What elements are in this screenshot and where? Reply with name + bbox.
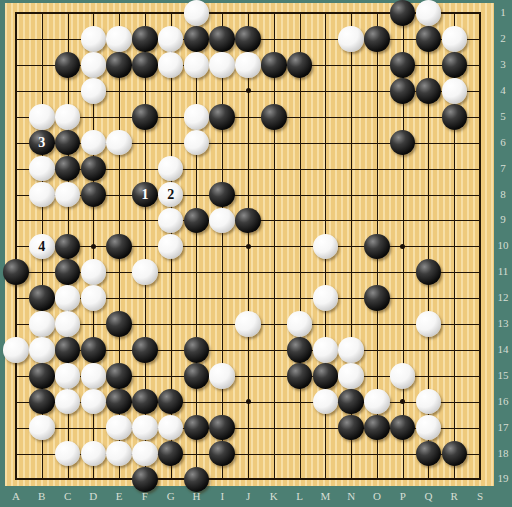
stone-white[interactable] (81, 26, 107, 52)
stone-black[interactable] (132, 337, 158, 363)
column-label: A (9, 490, 23, 502)
stone-black[interactable] (81, 337, 107, 363)
grid-line-vertical (274, 13, 275, 479)
stone-black[interactable] (106, 234, 132, 260)
stone-white[interactable] (106, 130, 132, 156)
stone-white[interactable] (106, 441, 132, 467)
column-label: M (318, 490, 332, 502)
row-label: 18 (494, 447, 512, 459)
column-label: D (86, 490, 100, 502)
stone-black[interactable]: 1 (132, 182, 158, 208)
stone-white[interactable] (442, 78, 468, 104)
stone-black[interactable] (184, 26, 210, 52)
stone-black[interactable] (132, 52, 158, 78)
row-label: 13 (494, 317, 512, 329)
stone-white[interactable] (313, 234, 339, 260)
stone-black[interactable] (209, 104, 235, 130)
stone-black[interactable] (132, 389, 158, 415)
row-label: 9 (494, 213, 512, 225)
stone-white[interactable] (132, 259, 158, 285)
stone-white[interactable] (81, 259, 107, 285)
move-number-label: 2 (167, 187, 174, 202)
stone-black[interactable] (3, 259, 29, 285)
stone-white[interactable] (81, 285, 107, 311)
stone-white[interactable] (55, 104, 81, 130)
stone-white[interactable] (184, 52, 210, 78)
stone-black[interactable] (364, 234, 390, 260)
stone-white[interactable] (29, 182, 55, 208)
stone-black[interactable] (132, 104, 158, 130)
row-label: 11 (494, 265, 512, 277)
row-label: 3 (494, 58, 512, 70)
column-label: R (447, 490, 461, 502)
stone-black[interactable] (209, 441, 235, 467)
stone-black[interactable] (29, 389, 55, 415)
stone-white[interactable] (55, 363, 81, 389)
stone-white[interactable] (29, 156, 55, 182)
stone-black[interactable] (81, 182, 107, 208)
go-board[interactable]: 3124 (5, 3, 494, 486)
stone-white[interactable] (106, 26, 132, 52)
stone-black[interactable] (364, 415, 390, 441)
row-label: 14 (494, 343, 512, 355)
column-label: K (267, 490, 281, 502)
stone-black[interactable] (55, 259, 81, 285)
move-number-label: 3 (38, 135, 45, 150)
stone-black[interactable] (55, 52, 81, 78)
stone-white[interactable] (106, 415, 132, 441)
stone-white[interactable] (81, 78, 107, 104)
stone-black[interactable] (364, 285, 390, 311)
move-number-label: 1 (141, 187, 148, 202)
column-label: C (61, 490, 75, 502)
stone-white[interactable] (235, 52, 261, 78)
column-label: S (473, 490, 487, 502)
stone-white[interactable] (132, 415, 158, 441)
stone-white[interactable] (209, 52, 235, 78)
column-label: H (189, 490, 203, 502)
column-label: L (293, 490, 307, 502)
grid-line-vertical (300, 13, 301, 479)
stone-white[interactable] (29, 104, 55, 130)
row-label: 2 (494, 32, 512, 44)
stone-white[interactable] (81, 52, 107, 78)
stone-white[interactable] (416, 0, 442, 26)
stone-white[interactable] (184, 0, 210, 26)
stone-black[interactable]: 3 (29, 130, 55, 156)
stone-black[interactable] (106, 52, 132, 78)
stone-white[interactable] (338, 26, 364, 52)
stone-white[interactable] (416, 311, 442, 337)
stone-black[interactable] (442, 104, 468, 130)
stone-white[interactable] (55, 311, 81, 337)
row-label: 17 (494, 421, 512, 433)
row-label: 5 (494, 110, 512, 122)
stone-black[interactable] (261, 52, 287, 78)
row-label: 4 (494, 84, 512, 96)
stone-white[interactable] (390, 363, 416, 389)
stone-black[interactable] (29, 363, 55, 389)
star-point (91, 244, 96, 249)
stone-white[interactable]: 4 (29, 234, 55, 260)
row-label: 6 (494, 136, 512, 148)
stone-white[interactable] (338, 337, 364, 363)
stone-black[interactable] (184, 467, 210, 493)
stone-black[interactable] (29, 285, 55, 311)
stone-black[interactable] (338, 415, 364, 441)
stone-white[interactable] (158, 26, 184, 52)
stone-white[interactable] (338, 363, 364, 389)
column-label: Q (421, 490, 435, 502)
stone-white[interactable] (132, 441, 158, 467)
row-label: 16 (494, 395, 512, 407)
star-point (246, 399, 251, 404)
stone-white[interactable] (29, 415, 55, 441)
column-label: E (112, 490, 126, 502)
stone-black[interactable] (416, 26, 442, 52)
stone-white[interactable] (313, 285, 339, 311)
stone-black[interactable] (106, 311, 132, 337)
row-coordinates: 12345678910111213141516171819 (494, 0, 512, 507)
star-point (400, 244, 405, 249)
stone-black[interactable] (416, 259, 442, 285)
stone-black[interactable] (235, 208, 261, 234)
column-label: P (396, 490, 410, 502)
stone-black[interactable] (55, 337, 81, 363)
stone-black[interactable] (106, 389, 132, 415)
stone-black[interactable] (132, 467, 158, 493)
column-label: B (35, 490, 49, 502)
stone-black[interactable] (209, 26, 235, 52)
stone-black[interactable] (442, 52, 468, 78)
stone-white[interactable] (184, 104, 210, 130)
stone-white[interactable] (29, 337, 55, 363)
row-label: 8 (494, 188, 512, 200)
column-label: J (241, 490, 255, 502)
stone-black[interactable] (106, 363, 132, 389)
row-label: 15 (494, 369, 512, 381)
stone-black[interactable] (209, 182, 235, 208)
stone-white[interactable] (158, 52, 184, 78)
row-label: 12 (494, 291, 512, 303)
stone-black[interactable] (184, 363, 210, 389)
stone-white[interactable] (55, 285, 81, 311)
stone-white[interactable] (3, 337, 29, 363)
move-number-label: 4 (38, 239, 45, 254)
stone-black[interactable] (364, 26, 390, 52)
stone-white[interactable] (287, 311, 313, 337)
stone-white[interactable] (364, 389, 390, 415)
stone-black[interactable] (235, 26, 261, 52)
stone-black[interactable] (416, 78, 442, 104)
stone-black[interactable] (390, 78, 416, 104)
column-label: N (344, 490, 358, 502)
stone-black[interactable] (287, 363, 313, 389)
stone-white[interactable] (81, 363, 107, 389)
stone-white[interactable] (209, 208, 235, 234)
stone-white[interactable] (442, 26, 468, 52)
stone-white[interactable] (313, 337, 339, 363)
stone-black[interactable] (287, 337, 313, 363)
row-label: 19 (494, 472, 512, 484)
stone-black[interactable] (287, 52, 313, 78)
column-label: I (215, 490, 229, 502)
stone-white[interactable] (29, 311, 55, 337)
stone-black[interactable] (442, 441, 468, 467)
stone-black[interactable] (184, 337, 210, 363)
stone-black[interactable] (338, 389, 364, 415)
stone-black[interactable] (209, 415, 235, 441)
row-label: 7 (494, 162, 512, 174)
stone-black[interactable] (390, 52, 416, 78)
go-app-window: 3124 ABCDEFGHIJKLMNOPQRS 123456789101112… (0, 0, 512, 507)
stone-white[interactable] (81, 441, 107, 467)
stone-black[interactable] (313, 363, 339, 389)
column-label: F (138, 490, 152, 502)
stone-white[interactable] (235, 311, 261, 337)
column-label: G (164, 490, 178, 502)
star-point (246, 88, 251, 93)
row-label: 10 (494, 239, 512, 251)
row-label: 1 (494, 6, 512, 18)
stone-black[interactable] (132, 26, 158, 52)
column-label: O (370, 490, 384, 502)
star-point (246, 244, 251, 249)
stone-white[interactable] (209, 363, 235, 389)
stone-black[interactable] (261, 104, 287, 130)
